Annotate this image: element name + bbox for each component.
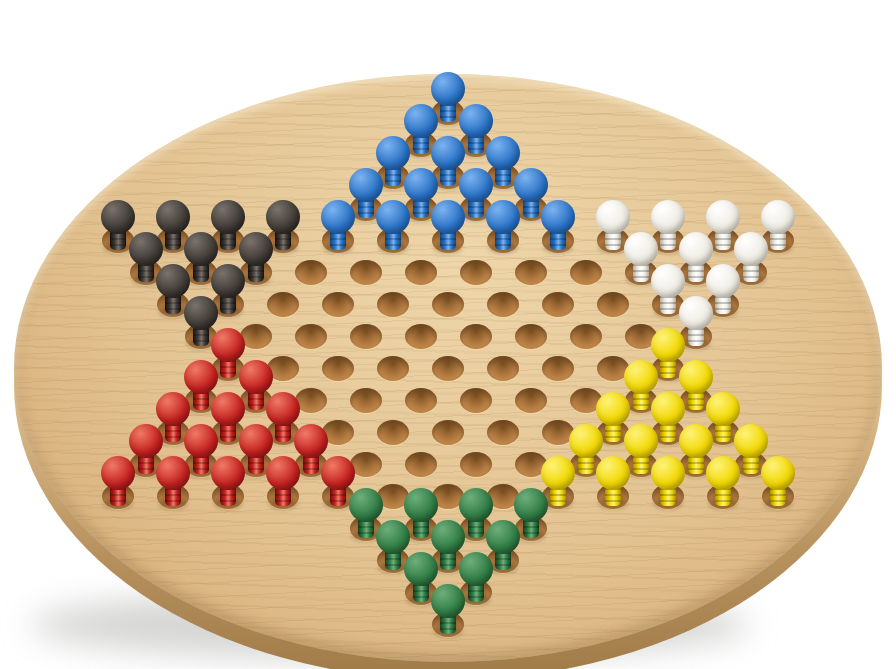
- peg-ball: [431, 136, 465, 170]
- peg-ball: [156, 200, 190, 234]
- peg-ball: [101, 200, 135, 234]
- peg-ball: [156, 456, 190, 490]
- peg-ball: [706, 456, 740, 490]
- peg-ball: [129, 424, 163, 458]
- peg-ball: [486, 520, 520, 554]
- peg-ball: [596, 200, 630, 234]
- peg-ball: [321, 200, 355, 234]
- peg-ball: [761, 456, 795, 490]
- peg-ball: [431, 200, 465, 234]
- peg-ball: [734, 424, 768, 458]
- peg-ball: [266, 200, 300, 234]
- peg-ball: [266, 456, 300, 490]
- peg-ball: [211, 264, 245, 298]
- peg-ball: [596, 392, 630, 426]
- peg-ball: [651, 264, 685, 298]
- peg-ball: [651, 200, 685, 234]
- peg-ball: [541, 456, 575, 490]
- peg-ball: [624, 360, 658, 394]
- peg-ball: [734, 232, 768, 266]
- peg-ball: [431, 72, 465, 106]
- peg-ball: [706, 392, 740, 426]
- peg-ball: [624, 232, 658, 266]
- peg-ball: [184, 296, 218, 330]
- peg-ball: [514, 488, 548, 522]
- peg-ball: [459, 552, 493, 586]
- peg-ball: [184, 360, 218, 394]
- chinese-checkers-board: [14, 74, 882, 662]
- peg-ball: [679, 360, 713, 394]
- peg-ball: [376, 520, 410, 554]
- peg-ball: [101, 456, 135, 490]
- peg-ball: [184, 232, 218, 266]
- peg-ball: [156, 392, 190, 426]
- peg-ball: [404, 104, 438, 138]
- peg-ball: [349, 488, 383, 522]
- peg-ball: [376, 200, 410, 234]
- peg-ball: [486, 200, 520, 234]
- peg-ball: [404, 168, 438, 202]
- peg-ball: [679, 296, 713, 330]
- peg-ball: [404, 552, 438, 586]
- peg-ball: [211, 328, 245, 362]
- peg-ball: [541, 200, 575, 234]
- peg-ball: [211, 456, 245, 490]
- peg-ball: [349, 168, 383, 202]
- peg-ball: [376, 136, 410, 170]
- peg-ball: [239, 232, 273, 266]
- chinese-checkers-product-photo: [0, 0, 896, 669]
- peg-ball: [459, 168, 493, 202]
- pegs-layer: [14, 74, 882, 662]
- peg-ball: [321, 456, 355, 490]
- peg-ball: [156, 264, 190, 298]
- peg-ball: [651, 392, 685, 426]
- peg-ball: [431, 520, 465, 554]
- peg-ball: [514, 168, 548, 202]
- peg-ball: [679, 232, 713, 266]
- peg-ball: [129, 232, 163, 266]
- peg-ball: [706, 264, 740, 298]
- peg-ball: [459, 104, 493, 138]
- peg-ball: [239, 424, 273, 458]
- peg-ball: [761, 200, 795, 234]
- peg-ball: [679, 424, 713, 458]
- peg-ball: [569, 424, 603, 458]
- peg-ball: [431, 584, 465, 618]
- peg-ball: [211, 392, 245, 426]
- peg-ball: [294, 424, 328, 458]
- peg-ball: [651, 456, 685, 490]
- peg-ball: [404, 488, 438, 522]
- peg-ball: [239, 360, 273, 394]
- peg-ball: [486, 136, 520, 170]
- peg-ball: [706, 200, 740, 234]
- peg-ball: [211, 200, 245, 234]
- peg-ball: [596, 456, 630, 490]
- peg-ball: [459, 488, 493, 522]
- peg-ball: [184, 424, 218, 458]
- peg-ball: [266, 392, 300, 426]
- peg-ball: [624, 424, 658, 458]
- peg-ball: [651, 328, 685, 362]
